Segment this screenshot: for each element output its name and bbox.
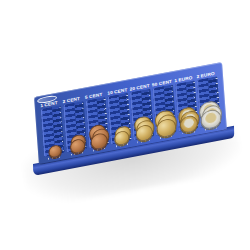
coin-channel[interactable] xyxy=(152,84,176,136)
coin-channel[interactable] xyxy=(175,80,199,132)
coin-channel[interactable] xyxy=(197,76,221,128)
coin-channel[interactable] xyxy=(130,89,154,141)
coin-channel[interactable] xyxy=(41,105,65,157)
coin-channel[interactable] xyxy=(63,101,87,153)
coin-column: 2 CENT xyxy=(62,95,87,156)
coin-column: 50 CENT xyxy=(152,78,177,139)
coin-column: 2 EURO xyxy=(196,70,221,131)
coin-5-cent[interactable] xyxy=(91,132,109,151)
coin-channel[interactable] xyxy=(85,97,109,149)
coin-column: 1 EURO xyxy=(174,74,199,135)
coin-channel[interactable] xyxy=(108,93,132,145)
coin-column: 10 CENT xyxy=(107,87,132,148)
coin-column: 1 CENT xyxy=(40,99,65,160)
coin-column: 5 CENT xyxy=(85,91,110,152)
product-photo: 1 CENT 2 CENT 5 CENT 10 CENT 20 CENT 50 … xyxy=(0,0,250,250)
coin-column: 20 CENT xyxy=(129,82,154,143)
